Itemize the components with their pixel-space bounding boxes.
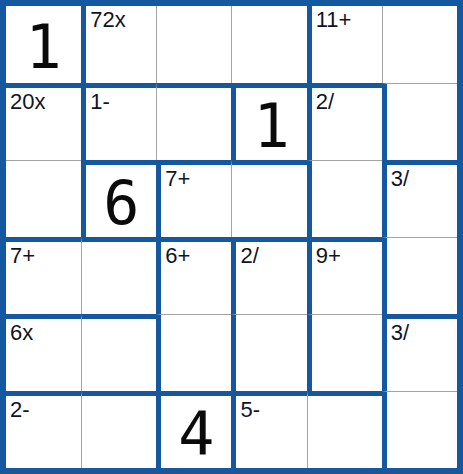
- cell-r6c4[interactable]: 5-: [231, 391, 306, 468]
- cage-clue: 2/: [240, 243, 258, 268]
- cell-r1c4[interactable]: [231, 6, 306, 83]
- cell-r5c1[interactable]: 6x: [6, 314, 81, 391]
- cell-r2c4[interactable]: 1: [231, 83, 306, 160]
- cell-r5c6[interactable]: 3/: [382, 314, 457, 391]
- cage-clue: 5-: [240, 397, 260, 422]
- cage-clue: 11+: [316, 7, 352, 32]
- cell-r3c5[interactable]: [307, 160, 382, 237]
- cage-clue: 3/: [391, 166, 409, 191]
- cage-clue: 1-: [90, 89, 110, 114]
- cell-r2c1[interactable]: 20x: [6, 83, 81, 160]
- cell-r1c2[interactable]: 72x: [81, 6, 156, 83]
- kenken-board: 172x11+20x1-12/67+3/7+6+2/9+6x3/2-45-: [0, 0, 463, 474]
- cell-r1c6[interactable]: [382, 6, 457, 83]
- cell-r5c2[interactable]: [81, 314, 156, 391]
- cell-r2c5[interactable]: 2/: [307, 83, 382, 160]
- cell-r4c1[interactable]: 7+: [6, 237, 81, 314]
- cage-clue: 6+: [165, 243, 190, 268]
- cage-clue: 2/: [316, 89, 334, 114]
- cell-r3c3[interactable]: 7+: [156, 160, 231, 237]
- cell-r6c3[interactable]: 4: [156, 391, 231, 468]
- cell-r1c1[interactable]: 1: [6, 6, 81, 83]
- cell-r3c2[interactable]: 6: [81, 160, 156, 237]
- cell-r5c5[interactable]: [307, 314, 382, 391]
- cell-r5c4[interactable]: [231, 314, 306, 391]
- cell-r4c4[interactable]: 2/: [231, 237, 306, 314]
- cell-digit: 1: [254, 92, 290, 156]
- cell-r4c3[interactable]: 6+: [156, 237, 231, 314]
- cage-clue: 9+: [316, 243, 341, 268]
- cell-r4c2[interactable]: [81, 237, 156, 314]
- cell-r1c3[interactable]: [156, 6, 231, 83]
- cell-r1c5[interactable]: 11+: [307, 6, 382, 83]
- cage-clue: 3/: [391, 320, 409, 345]
- cell-r6c5[interactable]: [307, 391, 382, 468]
- cage-clue: 7+: [165, 166, 190, 191]
- cage-clue: 7+: [10, 243, 35, 268]
- cage-clue: 20x: [10, 89, 45, 114]
- cell-r2c6[interactable]: [382, 83, 457, 160]
- cage-clue: 72x: [90, 7, 125, 32]
- cell-r5c3[interactable]: [156, 314, 231, 391]
- cell-digit: 1: [26, 13, 62, 77]
- cell-r6c1[interactable]: 2-: [6, 391, 81, 468]
- cell-r4c5[interactable]: 9+: [307, 237, 382, 314]
- cell-r6c2[interactable]: [81, 391, 156, 468]
- cell-digit: 4: [178, 400, 214, 464]
- cell-r3c4[interactable]: [231, 160, 306, 237]
- cell-r4c6[interactable]: [382, 237, 457, 314]
- cage-clue: 6x: [10, 320, 33, 345]
- cell-r2c2[interactable]: 1-: [81, 83, 156, 160]
- cell-r2c3[interactable]: [156, 83, 231, 160]
- cage-clue: 2-: [10, 397, 30, 422]
- cell-digit: 6: [103, 169, 139, 233]
- cell-r3c6[interactable]: 3/: [382, 160, 457, 237]
- cell-r6c6[interactable]: [382, 391, 457, 468]
- cell-r3c1[interactable]: [6, 160, 81, 237]
